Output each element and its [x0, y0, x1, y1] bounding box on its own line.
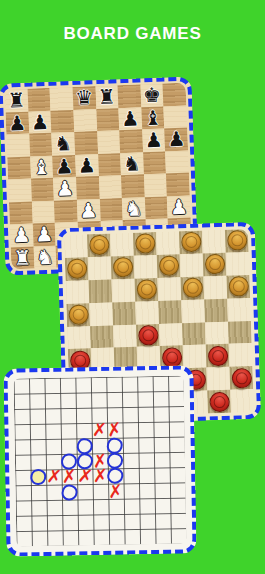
- chess-piece-white-bishop: ♝: [32, 157, 51, 178]
- chess-square: [74, 131, 97, 154]
- checkers-square: [227, 298, 251, 322]
- checkers-square: [230, 389, 254, 413]
- checkers-square: [67, 326, 91, 350]
- chess-square: ♟: [165, 128, 188, 151]
- chess-piece-white-pawn: ♟: [12, 225, 31, 246]
- checkers-square: [181, 299, 205, 323]
- chess-square: [98, 153, 121, 176]
- chess-square: ♟: [28, 110, 51, 133]
- chess-square: [97, 130, 120, 153]
- chess-piece-black-pawn: ♟: [8, 112, 27, 133]
- ttt-mark-x: ✗: [46, 467, 63, 486]
- checker-piece-red: [207, 346, 228, 367]
- chess-piece-white-pawn: ♟: [56, 178, 75, 199]
- chess-square: [163, 83, 186, 106]
- chess-square: ♟: [142, 128, 165, 151]
- checkers-square: [205, 321, 229, 345]
- ttt-mark-o: [61, 484, 78, 501]
- app-screen: BOARD GAMES ♜♛♜♚♟♟♟♝♞♟♟♝♟♟♞♟♟♞♟♟♟♜♞♝ ✗✗✗…: [0, 0, 265, 574]
- chess-piece-black-pawn: ♟: [144, 130, 163, 151]
- checkers-square: [207, 390, 231, 414]
- chess-piece-black-rook: ♜: [7, 90, 26, 111]
- ttt-mark-x: ✗: [76, 467, 93, 486]
- chess-square: [6, 134, 29, 157]
- chess-piece-white-pawn: ♟: [170, 196, 189, 217]
- checkers-square: [203, 253, 227, 277]
- checkers-square: [180, 276, 204, 300]
- chess-piece-black-king: ♚: [143, 85, 162, 106]
- checkers-square: [136, 324, 160, 348]
- chess-piece-black-pawn: ♟: [77, 155, 96, 176]
- checker-piece-golden: [112, 257, 133, 278]
- chess-piece-black-knight: ♞: [54, 133, 73, 154]
- chess-square: [73, 109, 96, 132]
- chess-square: [166, 173, 189, 196]
- chess-square: [50, 87, 73, 110]
- chess-square: ♟: [119, 107, 142, 130]
- chess-square: ♝: [30, 155, 53, 178]
- chess-piece-white-knight: ♞: [124, 198, 143, 219]
- chess-square: [119, 129, 142, 152]
- chess-square: [7, 156, 30, 179]
- checkers-square: [111, 256, 135, 280]
- chess-piece-black-queen: ♛: [75, 87, 94, 108]
- ttt-mark-x: ✗: [92, 467, 108, 486]
- checkers-square: [112, 279, 136, 303]
- checkers-square: [90, 325, 114, 349]
- checker-piece-red: [138, 325, 159, 346]
- checkers-square: [226, 252, 250, 276]
- ttt-mark-x: ✗: [92, 421, 107, 439]
- chess-square: ♞: [122, 197, 145, 220]
- checkers-square: [87, 234, 111, 258]
- tictactoe-grid: ✗✗✗✗✗✗✗✗: [14, 376, 187, 547]
- checkers-square: [206, 367, 230, 391]
- chess-square: [118, 84, 141, 107]
- chess-square: [164, 105, 187, 128]
- checkers-square: [157, 254, 181, 278]
- checkers-square: [134, 278, 158, 302]
- chess-square: [51, 109, 74, 132]
- chess-square: [76, 176, 99, 199]
- chess-square: [27, 88, 50, 111]
- chess-piece-black-pawn: ♟: [30, 112, 49, 133]
- checkers-square: [159, 323, 183, 347]
- chess-square: [9, 201, 32, 224]
- checker-piece-red: [209, 391, 230, 412]
- checkers-square: [156, 231, 180, 255]
- checkers-square: [225, 229, 249, 253]
- chess-square: ♛: [72, 86, 95, 109]
- chess-piece-white-rook: ♜: [13, 247, 32, 268]
- checkers-square: [66, 280, 90, 304]
- checker-piece-golden: [181, 232, 202, 253]
- chess-square: ♞: [120, 152, 143, 175]
- chess-square: ♟: [32, 223, 55, 246]
- chess-square: [96, 108, 119, 131]
- chess-square: ♟: [53, 177, 76, 200]
- ttt-mark-x: ✗: [108, 482, 125, 501]
- chess-piece-white-pawn: ♟: [35, 224, 54, 245]
- checkers-square: [206, 344, 230, 368]
- checkers-square: [158, 300, 182, 324]
- chess-square: [54, 199, 77, 222]
- checkers-square: [180, 253, 204, 277]
- chess-piece-black-rook: ♜: [97, 87, 116, 108]
- checker-piece-golden: [135, 234, 156, 255]
- checkers-square: [110, 233, 134, 257]
- ttt-mark-o: [107, 452, 124, 469]
- chess-square: [8, 179, 31, 202]
- chess-piece-white-pawn: ♟: [79, 200, 98, 221]
- chess-square: ♞: [33, 245, 56, 268]
- checker-piece-golden: [136, 279, 157, 300]
- chess-square: [29, 133, 52, 156]
- chess-piece-black-bishop: ♝: [144, 107, 163, 128]
- checkers-square: [226, 275, 250, 299]
- checkers-square: [157, 277, 181, 301]
- chess-square: [145, 196, 168, 219]
- chess-square: ♟: [77, 198, 100, 221]
- checkers-square: [89, 279, 113, 303]
- checkers-square: [135, 301, 159, 325]
- page-title: BOARD GAMES: [0, 24, 265, 44]
- checkers-square: [133, 232, 157, 256]
- chess-square: ♟: [75, 154, 98, 177]
- checkers-square: [229, 366, 253, 390]
- checker-piece-golden: [68, 304, 89, 325]
- chess-square: ♚: [140, 83, 163, 106]
- chess-square: ♜: [95, 85, 118, 108]
- checkers-square: [134, 255, 158, 279]
- chess-square: ♜: [11, 246, 34, 269]
- checkers-square: [112, 301, 136, 325]
- chess-square: [143, 151, 166, 174]
- checker-piece-golden: [66, 259, 87, 280]
- checkers-square: [66, 303, 90, 327]
- chess-square: ♟: [5, 111, 28, 134]
- chess-piece-white-knight: ♞: [36, 247, 55, 268]
- chess-square: [99, 175, 122, 198]
- chess-square: ♟: [52, 154, 75, 177]
- chess-square: [144, 173, 167, 196]
- checker-piece-red: [231, 368, 252, 389]
- checkers-square: [113, 324, 137, 348]
- chess-square: ♜: [5, 89, 28, 112]
- checkers-square: [203, 275, 227, 299]
- checkers-square: [65, 257, 89, 281]
- checkers-square: [182, 322, 206, 346]
- checkers-square: [88, 256, 112, 280]
- chess-square: ♟: [167, 195, 190, 218]
- checkers-square: [204, 298, 228, 322]
- chess-piece-black-pawn: ♟: [167, 129, 186, 150]
- ttt-mark-o: [107, 437, 124, 454]
- checkers-square: [228, 320, 252, 344]
- checkers-square: [229, 343, 253, 367]
- ttt-mark-o: [30, 469, 47, 486]
- checkers-square: [183, 345, 207, 369]
- ttt-mark-o: [76, 437, 93, 454]
- ttt-mark-x: ✗: [61, 467, 77, 486]
- checker-piece-golden: [204, 254, 225, 275]
- checker-piece-golden: [89, 235, 110, 256]
- checker-piece-golden: [158, 256, 179, 277]
- checker-piece-golden: [228, 276, 249, 297]
- chess-square: [165, 150, 188, 173]
- chess-square: ♟: [10, 224, 33, 247]
- chess-piece-black-pawn: ♟: [55, 156, 74, 177]
- checker-piece-golden: [182, 278, 203, 299]
- checkers-square: [179, 231, 203, 255]
- tictactoe-board[interactable]: ✗✗✗✗✗✗✗✗: [3, 365, 196, 556]
- chess-piece-black-knight: ♞: [123, 153, 142, 174]
- checkers-square: [64, 234, 88, 258]
- chess-square: [99, 198, 122, 221]
- chess-square: [31, 178, 54, 201]
- chess-piece-black-pawn: ♟: [121, 108, 140, 129]
- chess-square: [121, 174, 144, 197]
- chess-square: ♝: [141, 106, 164, 129]
- checker-piece-golden: [226, 230, 247, 251]
- chess-square: [32, 200, 55, 223]
- checkers-square: [89, 302, 113, 326]
- chess-square: ♞: [52, 132, 75, 155]
- checkers-square: [202, 230, 226, 254]
